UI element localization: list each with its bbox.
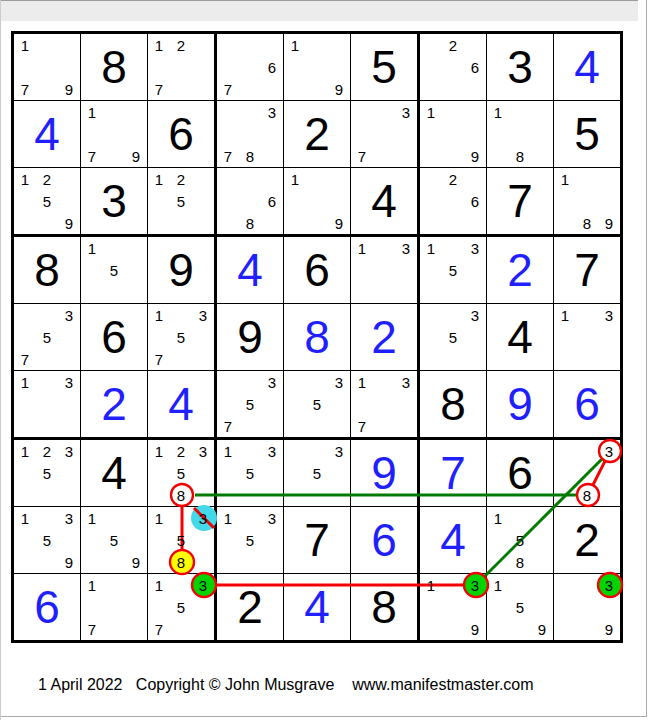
candidate [442,348,464,370]
candidate [81,596,103,618]
cell[interactable]: 4 [217,237,284,304]
cell[interactable]: 67 [217,34,284,101]
cell[interactable]: 18 [487,101,554,168]
candidate [125,529,147,551]
candidate [328,393,350,415]
candidate: 9 [531,618,553,640]
cell[interactable]: 1259 [14,168,81,237]
candidate: 1 [81,237,103,259]
candidate [306,190,328,212]
candidate [36,78,58,100]
cell[interactable]: 37 [351,101,420,168]
candidate [192,56,214,78]
candidate [284,415,306,437]
candidate: 5 [36,462,58,484]
cell[interactable]: 6 [487,440,554,507]
cell[interactable]: 5 [554,101,620,168]
candidate [58,190,80,212]
cell[interactable]: 3 [487,34,554,101]
cell[interactable]: 4 [554,34,620,101]
cell[interactable]: 13 [351,237,420,304]
candidate: 1 [148,574,170,596]
candidate [420,168,442,190]
candidate: 5 [170,462,192,484]
candidate: 5 [170,190,192,212]
candidate: 3 [261,101,283,123]
candidate [420,56,442,78]
candidate [306,484,328,506]
candidate [351,101,373,123]
cell[interactable]: 8 [81,34,148,101]
candidate: 5 [36,529,58,551]
candidate-grid: 158 [487,507,553,573]
cell[interactable]: 135 [217,440,284,507]
cell[interactable]: 5 [351,34,420,101]
candidate-grid: 1357 [148,304,214,370]
candidate [576,574,598,596]
candidate [148,212,170,234]
candidate-grid: 137 [351,371,417,437]
cell[interactable]: 13 [554,304,620,371]
cell[interactable]: 135 [420,237,487,304]
candidate [103,574,125,596]
candidate-grid: 378 [217,101,283,167]
candidate: 9 [598,618,620,640]
cell[interactable]: 179 [81,101,148,168]
candidate-grid: 135 [420,237,486,303]
candidate: 8 [239,145,261,167]
candidate [531,596,553,618]
candidate: 6 [261,190,283,212]
candidate: 6 [464,190,486,212]
candidate [464,326,486,348]
candidate [36,212,58,234]
cell[interactable]: 19 [284,34,351,101]
candidate: 1 [148,507,170,529]
candidate [125,101,147,123]
cell[interactable]: 2 [554,507,620,574]
candidate: 8 [509,551,531,573]
candidate [36,304,58,326]
candidate: 3 [464,574,486,596]
cell[interactable]: 68 [217,168,284,237]
candidate [395,259,417,281]
cell[interactable]: 9 [487,371,554,440]
candidate [598,168,620,190]
cell[interactable]: 2 [351,304,420,371]
candidate [373,415,395,437]
candidate: 1 [81,101,103,123]
given-digit: 4 [351,168,417,234]
solved-digit: 4 [284,574,350,640]
candidate [442,101,464,123]
candidate [239,56,261,78]
candidate [576,326,598,348]
cell[interactable]: 158 [487,507,554,574]
candidate [351,281,373,303]
solved-digit: 9 [351,440,417,506]
candidate: 2 [170,34,192,56]
solved-digit: 4 [420,507,486,573]
given-digit: 3 [487,34,553,100]
cell[interactable]: 38 [554,440,620,507]
candidate [328,34,350,56]
candidate: 1 [487,574,509,596]
candidate [598,462,620,484]
candidate: 7 [148,618,170,640]
cell[interactable]: 135 [217,507,284,574]
candidate: 1 [420,574,442,596]
candidate [464,212,486,234]
given-digit: 7 [554,237,620,303]
cell[interactable]: 19 [420,101,487,168]
candidate [192,212,214,234]
candidate [373,393,395,415]
cell[interactable]: 1357 [148,304,217,371]
candidate [464,78,486,100]
window-bottom-edge [1,716,647,717]
candidate: 9 [58,78,80,100]
candidate [239,34,261,56]
candidate [58,393,80,415]
candidate [261,462,283,484]
cell[interactable]: 6 [148,101,217,168]
cell[interactable]: 4 [14,101,81,168]
cell[interactable]: 189 [554,168,620,237]
candidate [509,101,531,123]
candidate [598,596,620,618]
cell[interactable]: 39 [554,574,620,640]
cell[interactable]: 159 [81,507,148,574]
cell[interactable]: 26 [420,34,487,101]
candidate: 5 [170,529,192,551]
cell[interactable]: 6 [14,574,81,640]
candidate [192,190,214,212]
candidate [576,304,598,326]
given-digit: 2 [284,101,350,167]
candidate: 3 [598,304,620,326]
candidate: 3 [261,507,283,529]
candidate [464,101,486,123]
cell[interactable]: 378 [217,101,284,168]
candidate [306,56,328,78]
cell[interactable]: 35 [284,440,351,507]
candidate-grid: 13 [351,237,417,303]
candidate-grid: 35 [420,304,486,370]
candidate: 7 [351,145,373,167]
candidate [217,101,239,123]
candidate: 1 [148,440,170,462]
candidate [170,304,192,326]
candidate-grid: 135 [217,507,283,573]
candidate [420,304,442,326]
candidate [284,462,306,484]
candidate: 9 [598,212,620,234]
cell[interactable]: 6 [351,507,420,574]
cell[interactable]: 35 [420,304,487,371]
candidate: 1 [217,507,239,529]
candidate [306,34,328,56]
candidate [192,529,214,551]
candidate [509,123,531,145]
candidate: 9 [125,551,147,573]
candidate [442,304,464,326]
candidate-grid: 26 [420,168,486,234]
cell[interactable]: 12358 [148,440,217,507]
given-digit: 9 [217,304,283,370]
candidate [217,34,239,56]
candidate [328,415,350,437]
cell[interactable]: 159 [487,574,554,640]
cell[interactable]: 4 [284,574,351,640]
candidate: 1 [284,34,306,56]
candidate: 1 [14,371,36,393]
solved-digit: 2 [351,304,417,370]
candidate [598,326,620,348]
cell[interactable]: 35 [284,371,351,440]
candidate [464,348,486,370]
candidate [420,596,442,618]
candidate [284,190,306,212]
solved-digit: 4 [554,34,620,100]
candidate [395,145,417,167]
candidate [170,348,192,370]
candidate-grid: 26 [420,34,486,100]
candidate [351,393,373,415]
candidate [554,462,576,484]
candidate [598,484,620,506]
given-digit: 8 [81,34,147,100]
candidate: 5 [239,393,261,415]
candidate [420,212,442,234]
candidate-grid: 17 [81,574,147,640]
cell[interactable]: 7 [487,168,554,237]
cell[interactable]: 1235 [14,440,81,507]
cell[interactable]: 8 [284,304,351,371]
candidate: 5 [442,259,464,281]
candidate [103,507,125,529]
candidate: 9 [58,551,80,573]
candidate [464,596,486,618]
candidate-grid: 35 [284,440,350,506]
candidate: 1 [420,101,442,123]
cell[interactable]: 4 [148,371,217,440]
candidate [373,145,395,167]
candidate [328,484,350,506]
solved-digit: 4 [148,371,214,437]
given-digit: 2 [554,507,620,573]
candidate: 3 [192,304,214,326]
cell[interactable]: 13 [14,371,81,440]
cell[interactable]: 15 [81,237,148,304]
candidate [598,348,620,370]
cell[interactable]: 4 [420,507,487,574]
candidate [103,281,125,303]
cell[interactable]: 6 [284,237,351,304]
candidate [217,123,239,145]
candidate [58,462,80,484]
cell[interactable]: 9 [351,440,420,507]
cell[interactable]: 357 [14,304,81,371]
cell[interactable]: 139 [420,574,487,640]
candidate [14,462,36,484]
cell[interactable]: 179 [14,34,81,101]
candidate: 3 [464,237,486,259]
solved-digit: 6 [14,574,80,640]
candidate [217,56,239,78]
candidate: 9 [464,618,486,640]
cell[interactable]: 127 [148,34,217,101]
cell[interactable]: 7 [284,507,351,574]
candidate [58,415,80,437]
cell[interactable]: 17 [81,574,148,640]
candidate [261,415,283,437]
candidate: 3 [464,304,486,326]
candidate [261,529,283,551]
solved-digit: 6 [351,507,417,573]
candidate [239,371,261,393]
candidate [14,415,36,437]
candidate: 8 [576,212,598,234]
candidate [170,507,192,529]
candidate [576,190,598,212]
candidate-grid: 35 [284,371,350,437]
candidate [125,574,147,596]
candidate [531,145,553,167]
cell[interactable]: 2 [81,371,148,440]
candidate: 1 [14,507,36,529]
candidate [192,596,214,618]
candidate [420,348,442,370]
candidate [103,551,125,573]
candidate [531,551,553,573]
cell[interactable]: 6 [554,371,620,440]
candidate [36,34,58,56]
candidate [531,529,553,551]
candidate [239,484,261,506]
cell[interactable]: 3 [81,168,148,237]
candidate: 8 [170,484,192,506]
cell[interactable]: 357 [217,371,284,440]
candidate [306,371,328,393]
candidate [554,440,576,462]
cell[interactable]: 9 [148,237,217,304]
candidate-grid: 159 [487,574,553,640]
cell[interactable]: 2 [284,101,351,168]
candidate [36,56,58,78]
candidate-grid: 139 [420,574,486,640]
solved-digit: 9 [487,371,553,437]
candidate: 3 [58,304,80,326]
candidate-grid: 1235 [14,440,80,506]
candidate: 1 [148,34,170,56]
candidate [148,484,170,506]
cell[interactable]: 7 [420,440,487,507]
candidate: 9 [58,212,80,234]
cell[interactable]: 6 [81,304,148,371]
candidate [598,190,620,212]
candidate-grid: 189 [554,168,620,234]
cell[interactable]: 19 [284,168,351,237]
candidate: 7 [81,145,103,167]
cell[interactable]: 4 [351,168,420,237]
candidate [14,212,36,234]
candidate: 8 [239,212,261,234]
cell[interactable]: 7 [554,237,620,304]
candidate [373,281,395,303]
given-digit: 6 [81,304,147,370]
candidate: 1 [81,574,103,596]
candidate [103,145,125,167]
candidate [81,123,103,145]
candidate: 1 [14,440,36,462]
candidate [14,551,36,573]
candidate [103,101,125,123]
cell[interactable]: 8 [14,237,81,304]
candidate [509,574,531,596]
given-digit: 4 [487,304,553,370]
cell[interactable]: 8 [420,371,487,440]
cell[interactable]: 2 [217,574,284,640]
cell[interactable]: 8 [351,574,420,640]
solved-digit: 8 [284,304,350,370]
candidate [442,596,464,618]
candidate [148,190,170,212]
candidate [170,212,192,234]
candidate: 1 [14,168,36,190]
candidate [576,348,598,370]
candidate: 3 [395,371,417,393]
candidate: 1 [81,507,103,529]
candidate: 5 [306,462,328,484]
candidate [284,484,306,506]
candidate [395,281,417,303]
candidate [217,190,239,212]
candidate [464,259,486,281]
candidate [81,551,103,573]
candidate [373,259,395,281]
candidate [306,440,328,462]
candidate [261,78,283,100]
cell[interactable]: 26 [420,168,487,237]
cell[interactable]: 125 [148,168,217,237]
candidate: 3 [58,371,80,393]
candidate [284,56,306,78]
cell[interactable]: 1357 [148,574,217,640]
cell[interactable]: 1358 [148,507,217,574]
candidate [554,190,576,212]
sudoku-board: 1798127671952634417963782371918512593125… [11,31,623,643]
candidate [239,168,261,190]
cell[interactable]: 137 [351,371,420,440]
candidate [328,190,350,212]
candidate: 7 [148,78,170,100]
candidate [58,326,80,348]
candidate [192,462,214,484]
cell[interactable]: 4 [487,304,554,371]
candidate [261,123,283,145]
candidate-grid: 19 [420,101,486,167]
candidate [531,507,553,529]
cell[interactable]: 4 [81,440,148,507]
candidate [36,507,58,529]
candidate [58,529,80,551]
candidate-grid: 68 [217,168,283,234]
cell[interactable]: 1359 [14,507,81,574]
cell[interactable]: 9 [217,304,284,371]
candidate [103,596,125,618]
cell[interactable]: 2 [487,237,554,304]
